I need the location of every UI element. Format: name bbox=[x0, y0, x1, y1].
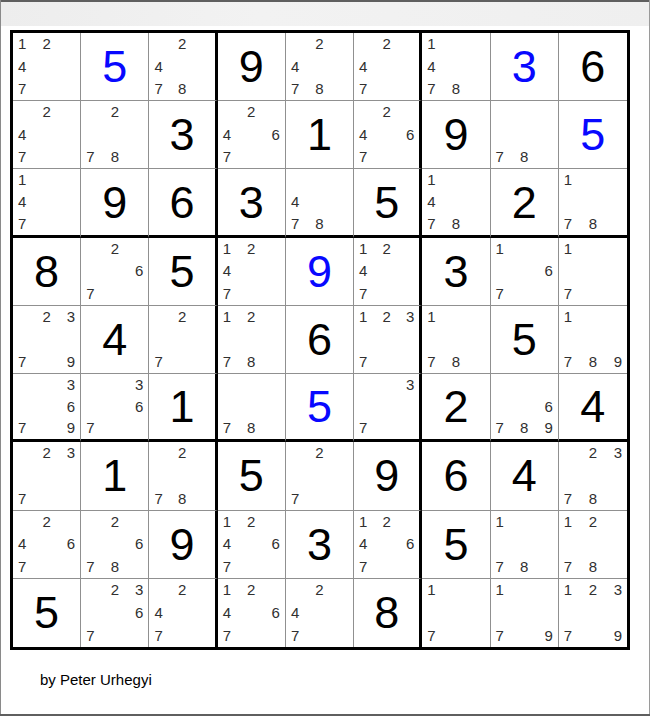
candidate-6: 6 bbox=[135, 605, 143, 620]
cell-r4c8[interactable]: 167 bbox=[491, 238, 559, 306]
pencil-marks: 278 bbox=[86, 104, 143, 164]
given-digit: 8 bbox=[34, 249, 59, 294]
candidate-1: 1 bbox=[564, 241, 572, 256]
cell-r5c5[interactable]: 6 bbox=[286, 306, 354, 374]
candidate-1: 1 bbox=[564, 514, 572, 529]
candidate-9: 9 bbox=[614, 628, 622, 643]
candidate-7: 7 bbox=[564, 216, 572, 231]
candidate-3: 3 bbox=[406, 377, 414, 392]
candidate-4: 4 bbox=[291, 194, 299, 209]
cell-r3c4[interactable]: 3 bbox=[218, 169, 286, 237]
cell-r1c4[interactable]: 9 bbox=[218, 33, 286, 101]
candidate-7: 7 bbox=[223, 628, 231, 643]
pencil-marks: 1247 bbox=[223, 241, 280, 301]
window-top-bar bbox=[1, 2, 649, 26]
cell-r8c3[interactable]: 9 bbox=[149, 511, 217, 579]
candidate-7: 7 bbox=[359, 420, 367, 435]
candidate-6: 6 bbox=[544, 263, 552, 278]
candidate-7: 7 bbox=[359, 149, 367, 164]
cell-r7c2[interactable]: 1 bbox=[81, 442, 149, 510]
entered-digit: 5 bbox=[307, 384, 332, 429]
candidate-7: 7 bbox=[359, 81, 367, 96]
cell-r6c8[interactable]: 6789 bbox=[491, 374, 559, 442]
candidate-6: 6 bbox=[406, 127, 414, 142]
cell-r5c1[interactable]: 2379 bbox=[13, 306, 81, 374]
candidate-2: 2 bbox=[589, 514, 597, 529]
cell-r1c9[interactable]: 6 bbox=[559, 33, 627, 101]
given-digit: 1 bbox=[170, 384, 195, 429]
given-digit: 4 bbox=[512, 453, 537, 498]
cell-r4c5[interactable]: 9 bbox=[286, 238, 354, 306]
cell-r6c4[interactable]: 78 bbox=[218, 374, 286, 442]
pencil-marks: 1478 bbox=[427, 36, 484, 96]
candidate-7: 7 bbox=[154, 491, 162, 506]
candidate-6: 6 bbox=[406, 536, 414, 551]
cell-r2c6[interactable]: 2467 bbox=[354, 101, 422, 169]
cell-r9c8[interactable]: 179 bbox=[491, 579, 559, 647]
candidate-8: 8 bbox=[520, 149, 528, 164]
pencil-marks: 12467 bbox=[359, 514, 414, 574]
cell-r6c9[interactable]: 4 bbox=[559, 374, 627, 442]
cell-r4c9[interactable]: 17 bbox=[559, 238, 627, 306]
given-digit: 5 bbox=[34, 590, 59, 635]
candidate-3: 3 bbox=[67, 309, 75, 324]
pencil-marks: 178 bbox=[496, 514, 553, 574]
cell-r3c9[interactable]: 178 bbox=[559, 169, 627, 237]
candidate-7: 7 bbox=[86, 420, 94, 435]
cell-r8c8[interactable]: 178 bbox=[491, 511, 559, 579]
candidate-7: 7 bbox=[18, 81, 26, 96]
cell-r8c1[interactable]: 2467 bbox=[13, 511, 81, 579]
pencil-marks: 1278 bbox=[223, 309, 280, 369]
pencil-marks: 2478 bbox=[154, 36, 209, 96]
entered-digit: 5 bbox=[580, 112, 605, 157]
pencil-marks: 1789 bbox=[564, 309, 622, 369]
candidate-2: 2 bbox=[589, 445, 597, 460]
given-digit: 9 bbox=[443, 112, 468, 157]
candidate-2: 2 bbox=[178, 309, 186, 324]
cell-r3c3[interactable]: 6 bbox=[149, 169, 217, 237]
cell-r7c1[interactable]: 237 bbox=[13, 442, 81, 510]
window-left-edge bbox=[0, 0, 1, 716]
cell-r2c8[interactable]: 78 bbox=[491, 101, 559, 169]
candidate-1: 1 bbox=[427, 172, 435, 187]
cell-r7c3[interactable]: 278 bbox=[149, 442, 217, 510]
candidate-2: 2 bbox=[383, 514, 391, 529]
cell-r6c1[interactable]: 3679 bbox=[13, 374, 81, 442]
candidate-4: 4 bbox=[18, 536, 26, 551]
candidate-2: 2 bbox=[42, 514, 50, 529]
cell-r5c7[interactable]: 178 bbox=[422, 306, 490, 374]
cell-r4c1[interactable]: 8 bbox=[13, 238, 81, 306]
candidate-8: 8 bbox=[589, 216, 597, 231]
candidate-6: 6 bbox=[135, 399, 143, 414]
candidate-8: 8 bbox=[589, 559, 597, 574]
cell-r3c1[interactable]: 147 bbox=[13, 169, 81, 237]
candidate-7: 7 bbox=[564, 628, 572, 643]
candidate-1: 1 bbox=[359, 514, 367, 529]
cell-r2c5[interactable]: 1 bbox=[286, 101, 354, 169]
cell-r2c1[interactable]: 247 bbox=[13, 101, 81, 169]
candidate-2: 2 bbox=[42, 36, 50, 51]
cell-r5c8[interactable]: 5 bbox=[491, 306, 559, 374]
cell-r8c2[interactable]: 2678 bbox=[81, 511, 149, 579]
entered-digit: 5 bbox=[102, 44, 127, 89]
cell-r6c6[interactable]: 37 bbox=[354, 374, 422, 442]
candidate-4: 4 bbox=[223, 263, 231, 278]
candidate-2: 2 bbox=[383, 104, 391, 119]
candidate-8: 8 bbox=[315, 81, 323, 96]
candidate-9: 9 bbox=[67, 354, 75, 369]
cell-r2c7[interactable]: 9 bbox=[422, 101, 490, 169]
candidate-2: 2 bbox=[42, 309, 50, 324]
candidate-7: 7 bbox=[291, 216, 299, 231]
pencil-marks: 17 bbox=[427, 582, 484, 643]
candidate-1: 1 bbox=[564, 582, 572, 597]
cell-r1c5[interactable]: 2478 bbox=[286, 33, 354, 101]
given-digit: 2 bbox=[443, 384, 468, 429]
candidate-7: 7 bbox=[427, 628, 435, 643]
candidate-4: 4 bbox=[359, 127, 367, 142]
pencil-marks: 2678 bbox=[86, 514, 143, 574]
cell-r2c9[interactable]: 5 bbox=[559, 101, 627, 169]
pencil-marks: 167 bbox=[496, 241, 553, 301]
pencil-marks: 27 bbox=[154, 309, 209, 369]
candidate-1: 1 bbox=[427, 309, 435, 324]
cell-r8c4[interactable]: 12467 bbox=[218, 511, 286, 579]
candidate-7: 7 bbox=[86, 628, 94, 643]
given-digit: 6 bbox=[580, 44, 605, 89]
entered-digit: 3 bbox=[512, 44, 537, 89]
cell-r2c2[interactable]: 278 bbox=[81, 101, 149, 169]
candidate-7: 7 bbox=[154, 354, 162, 369]
candidate-7: 7 bbox=[496, 149, 504, 164]
cell-r9c7[interactable]: 17 bbox=[422, 579, 490, 647]
candidate-6: 6 bbox=[135, 536, 143, 551]
candidate-4: 4 bbox=[18, 59, 26, 74]
window-bottom-edge bbox=[0, 714, 650, 716]
candidate-3: 3 bbox=[67, 377, 75, 392]
cell-r9c6[interactable]: 8 bbox=[354, 579, 422, 647]
given-digit: 3 bbox=[443, 249, 468, 294]
candidate-2: 2 bbox=[383, 36, 391, 51]
cell-r4c7[interactable]: 3 bbox=[422, 238, 490, 306]
candidate-7: 7 bbox=[496, 286, 504, 301]
given-digit: 5 bbox=[170, 249, 195, 294]
candidate-2: 2 bbox=[111, 582, 119, 597]
pencil-marks: 1237 bbox=[359, 309, 414, 369]
pencil-marks: 2379 bbox=[18, 309, 75, 369]
pencil-marks: 247 bbox=[291, 582, 348, 643]
candidate-7: 7 bbox=[564, 354, 572, 369]
cell-r6c5[interactable]: 5 bbox=[286, 374, 354, 442]
candidate-4: 4 bbox=[223, 127, 231, 142]
window-top-edge bbox=[0, 0, 650, 2]
cell-r7c7[interactable]: 6 bbox=[422, 442, 490, 510]
candidate-2: 2 bbox=[247, 241, 255, 256]
pencil-marks: 179 bbox=[496, 582, 553, 643]
candidate-8: 8 bbox=[111, 559, 119, 574]
candidate-2: 2 bbox=[178, 582, 186, 597]
cell-r6c3[interactable]: 1 bbox=[149, 374, 217, 442]
cell-r5c3[interactable]: 27 bbox=[149, 306, 217, 374]
candidate-2: 2 bbox=[247, 309, 255, 324]
cell-r5c6[interactable]: 1237 bbox=[354, 306, 422, 374]
candidate-1: 1 bbox=[359, 309, 367, 324]
cell-r5c2[interactable]: 4 bbox=[81, 306, 149, 374]
candidate-1: 1 bbox=[223, 241, 231, 256]
given-digit: 6 bbox=[443, 453, 468, 498]
candidate-2: 2 bbox=[178, 36, 186, 51]
pencil-marks: 6789 bbox=[496, 377, 553, 435]
candidate-2: 2 bbox=[589, 582, 597, 597]
cell-r5c9[interactable]: 1789 bbox=[559, 306, 627, 374]
pencil-marks: 278 bbox=[154, 445, 209, 505]
candidate-4: 4 bbox=[427, 59, 435, 74]
candidate-2: 2 bbox=[247, 582, 255, 597]
pencil-marks: 3679 bbox=[18, 377, 75, 435]
cell-r8c9[interactable]: 1278 bbox=[559, 511, 627, 579]
candidate-8: 8 bbox=[589, 354, 597, 369]
candidate-1: 1 bbox=[564, 172, 572, 187]
candidate-8: 8 bbox=[315, 216, 323, 231]
cell-r1c8[interactable]: 3 bbox=[491, 33, 559, 101]
candidate-2: 2 bbox=[247, 514, 255, 529]
pencil-marks: 247 bbox=[359, 36, 414, 96]
candidate-1: 1 bbox=[359, 241, 367, 256]
candidate-7: 7 bbox=[223, 149, 231, 164]
cell-r9c4[interactable]: 12467 bbox=[218, 579, 286, 647]
candidate-8: 8 bbox=[247, 354, 255, 369]
candidate-4: 4 bbox=[223, 605, 231, 620]
cell-r7c6[interactable]: 9 bbox=[354, 442, 422, 510]
given-digit: 2 bbox=[512, 180, 537, 225]
cell-r1c3[interactable]: 2478 bbox=[149, 33, 217, 101]
cell-r9c1[interactable]: 5 bbox=[13, 579, 81, 647]
pencil-marks: 2478 bbox=[291, 36, 348, 96]
cell-r5c4[interactable]: 1278 bbox=[218, 306, 286, 374]
author-credit: by Peter Urhegyi bbox=[40, 671, 152, 688]
candidate-2: 2 bbox=[111, 514, 119, 529]
cell-r4c2[interactable]: 267 bbox=[81, 238, 149, 306]
candidate-7: 7 bbox=[154, 628, 162, 643]
pencil-marks: 78 bbox=[496, 104, 553, 164]
candidate-8: 8 bbox=[247, 420, 255, 435]
candidate-2: 2 bbox=[111, 104, 119, 119]
candidate-4: 4 bbox=[154, 605, 162, 620]
candidate-8: 8 bbox=[520, 559, 528, 574]
pencil-marks: 17 bbox=[564, 241, 622, 301]
cell-r2c4[interactable]: 2467 bbox=[218, 101, 286, 169]
candidate-2: 2 bbox=[383, 309, 391, 324]
candidate-4: 4 bbox=[359, 59, 367, 74]
candidate-3: 3 bbox=[135, 377, 143, 392]
pencil-marks: 12379 bbox=[564, 582, 622, 643]
candidate-7: 7 bbox=[564, 559, 572, 574]
pencil-marks: 37 bbox=[359, 377, 414, 435]
candidate-8: 8 bbox=[178, 81, 186, 96]
candidate-2: 2 bbox=[383, 241, 391, 256]
cell-r7c4[interactable]: 5 bbox=[218, 442, 286, 510]
candidate-8: 8 bbox=[178, 491, 186, 506]
candidate-4: 4 bbox=[18, 127, 26, 142]
pencil-marks: 1478 bbox=[427, 172, 484, 230]
candidate-6: 6 bbox=[67, 399, 75, 414]
candidate-7: 7 bbox=[496, 420, 504, 435]
candidate-6: 6 bbox=[67, 536, 75, 551]
cell-r8c6[interactable]: 12467 bbox=[354, 511, 422, 579]
pencil-marks: 178 bbox=[564, 172, 622, 230]
pencil-marks: 237 bbox=[18, 445, 75, 505]
candidate-1: 1 bbox=[18, 172, 26, 187]
cell-r1c2[interactable]: 5 bbox=[81, 33, 149, 101]
candidate-7: 7 bbox=[223, 420, 231, 435]
cell-r1c7[interactable]: 1478 bbox=[422, 33, 490, 101]
pencil-marks: 2467 bbox=[223, 104, 280, 164]
candidate-3: 3 bbox=[67, 445, 75, 460]
candidate-9: 9 bbox=[67, 420, 75, 435]
candidate-7: 7 bbox=[427, 81, 435, 96]
candidate-2: 2 bbox=[42, 445, 50, 460]
candidate-7: 7 bbox=[223, 286, 231, 301]
candidate-7: 7 bbox=[496, 628, 504, 643]
candidate-1: 1 bbox=[427, 36, 435, 51]
candidate-4: 4 bbox=[18, 194, 26, 209]
given-digit: 4 bbox=[580, 384, 605, 429]
given-digit: 9 bbox=[239, 44, 264, 89]
cell-r2c3[interactable]: 3 bbox=[149, 101, 217, 169]
pencil-marks: 178 bbox=[427, 309, 484, 369]
cell-r4c3[interactable]: 5 bbox=[149, 238, 217, 306]
candidate-1: 1 bbox=[223, 582, 231, 597]
candidate-6: 6 bbox=[272, 127, 280, 142]
candidate-7: 7 bbox=[496, 559, 504, 574]
candidate-7: 7 bbox=[18, 559, 26, 574]
candidate-1: 1 bbox=[496, 514, 504, 529]
candidate-6: 6 bbox=[272, 536, 280, 551]
candidate-3: 3 bbox=[406, 309, 414, 324]
candidate-2: 2 bbox=[315, 36, 323, 51]
cell-r9c5[interactable]: 247 bbox=[286, 579, 354, 647]
candidate-7: 7 bbox=[564, 491, 572, 506]
cell-r7c5[interactable]: 27 bbox=[286, 442, 354, 510]
given-digit: 1 bbox=[307, 112, 332, 157]
pencil-marks: 247 bbox=[18, 104, 75, 164]
candidate-8: 8 bbox=[452, 216, 460, 231]
candidate-7: 7 bbox=[291, 628, 299, 643]
candidate-7: 7 bbox=[86, 559, 94, 574]
pencil-marks: 478 bbox=[291, 172, 348, 230]
pencil-marks: 247 bbox=[154, 582, 209, 643]
cell-r6c7[interactable]: 2 bbox=[422, 374, 490, 442]
candidate-7: 7 bbox=[359, 354, 367, 369]
candidate-2: 2 bbox=[315, 582, 323, 597]
candidate-4: 4 bbox=[223, 536, 231, 551]
candidate-6: 6 bbox=[135, 263, 143, 278]
given-digit: 8 bbox=[374, 590, 399, 635]
candidate-7: 7 bbox=[18, 491, 26, 506]
candidate-7: 7 bbox=[427, 354, 435, 369]
cell-r9c2[interactable]: 2367 bbox=[81, 579, 149, 647]
candidate-8: 8 bbox=[111, 149, 119, 164]
pencil-marks: 1247 bbox=[359, 241, 414, 301]
entered-digit: 9 bbox=[307, 249, 332, 294]
pencil-marks: 147 bbox=[18, 172, 75, 230]
cell-r3c6[interactable]: 5 bbox=[354, 169, 422, 237]
candidate-2: 2 bbox=[315, 445, 323, 460]
candidate-1: 1 bbox=[18, 36, 26, 51]
cell-r7c9[interactable]: 2378 bbox=[559, 442, 627, 510]
given-digit: 3 bbox=[239, 180, 264, 225]
candidate-7: 7 bbox=[86, 149, 94, 164]
candidate-2: 2 bbox=[42, 104, 50, 119]
cell-r9c3[interactable]: 247 bbox=[149, 579, 217, 647]
pencil-marks: 12467 bbox=[223, 582, 280, 643]
given-digit: 6 bbox=[170, 180, 195, 225]
candidate-1: 1 bbox=[564, 309, 572, 324]
candidate-8: 8 bbox=[452, 354, 460, 369]
cell-r8c5[interactable]: 3 bbox=[286, 511, 354, 579]
given-digit: 4 bbox=[102, 317, 127, 362]
cell-r3c7[interactable]: 1478 bbox=[422, 169, 490, 237]
candidate-7: 7 bbox=[223, 354, 231, 369]
given-digit: 5 bbox=[239, 453, 264, 498]
cell-r3c5[interactable]: 478 bbox=[286, 169, 354, 237]
candidate-2: 2 bbox=[247, 104, 255, 119]
candidate-9: 9 bbox=[614, 354, 622, 369]
pencil-marks: 12467 bbox=[223, 514, 280, 574]
candidate-4: 4 bbox=[291, 605, 299, 620]
candidate-4: 4 bbox=[359, 536, 367, 551]
candidate-2: 2 bbox=[178, 445, 186, 460]
candidate-7: 7 bbox=[223, 559, 231, 574]
given-digit: 9 bbox=[170, 522, 195, 567]
candidate-1: 1 bbox=[223, 514, 231, 529]
pencil-marks: 27 bbox=[291, 445, 348, 505]
candidate-7: 7 bbox=[18, 149, 26, 164]
cell-r3c8[interactable]: 2 bbox=[491, 169, 559, 237]
cell-r1c1[interactable]: 1247 bbox=[13, 33, 81, 101]
pencil-marks: 2378 bbox=[564, 445, 622, 505]
cell-r4c4[interactable]: 1247 bbox=[218, 238, 286, 306]
candidate-7: 7 bbox=[427, 216, 435, 231]
cell-r4c6[interactable]: 1247 bbox=[354, 238, 422, 306]
candidate-7: 7 bbox=[18, 420, 26, 435]
candidate-4: 4 bbox=[154, 59, 162, 74]
candidate-7: 7 bbox=[359, 559, 367, 574]
cell-r3c2[interactable]: 9 bbox=[81, 169, 149, 237]
candidate-7: 7 bbox=[154, 81, 162, 96]
cell-r6c2[interactable]: 367 bbox=[81, 374, 149, 442]
given-digit: 9 bbox=[102, 180, 127, 225]
given-digit: 1 bbox=[102, 453, 127, 498]
pencil-marks: 267 bbox=[86, 241, 143, 301]
sudoku-board: 1247524789247824714783624727832467124679… bbox=[10, 30, 630, 650]
candidate-7: 7 bbox=[291, 491, 299, 506]
candidate-3: 3 bbox=[135, 582, 143, 597]
candidate-1: 1 bbox=[427, 582, 435, 597]
candidate-1: 1 bbox=[223, 309, 231, 324]
candidate-7: 7 bbox=[86, 286, 94, 301]
cell-r9c9[interactable]: 12379 bbox=[559, 579, 627, 647]
candidate-6: 6 bbox=[272, 605, 280, 620]
candidate-1: 1 bbox=[496, 241, 504, 256]
cell-r1c6[interactable]: 247 bbox=[354, 33, 422, 101]
pencil-marks: 2467 bbox=[359, 104, 414, 164]
candidate-3: 3 bbox=[614, 445, 622, 460]
cell-r8c7[interactable]: 5 bbox=[422, 511, 490, 579]
cell-r7c8[interactable]: 4 bbox=[491, 442, 559, 510]
